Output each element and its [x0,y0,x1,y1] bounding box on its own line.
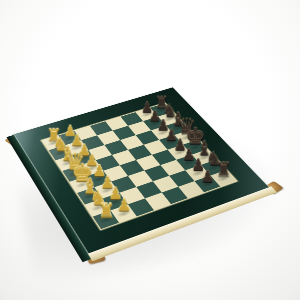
product-photo: ♜♟♞♟♝♟♛♟♚♟♝♟♟♞♜♟♟♜♞♟♟♝♟♛♟♚♟♝♟♞♟♜ [0,0,300,300]
square [120,160,144,176]
square [128,170,153,186]
square [145,193,171,211]
square [136,181,161,198]
square [153,176,178,193]
chess-piece-black-p: ♟ [192,169,223,185]
square [144,165,169,181]
chess-piece-white-r: ♜ [90,202,123,221]
square [162,187,188,204]
